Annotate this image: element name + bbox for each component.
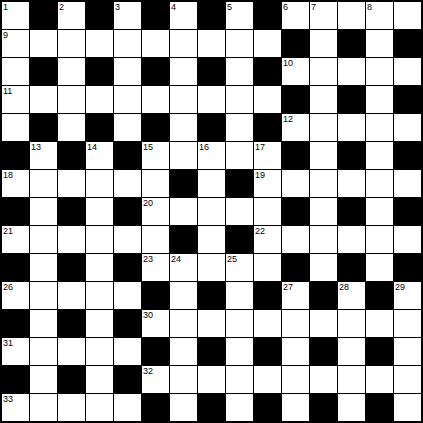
cell-r10c1[interactable]: [30, 282, 57, 309]
block-cell-r10c11: [310, 282, 337, 309]
cell-r12c12[interactable]: [338, 338, 365, 365]
cell-r13c9[interactable]: [254, 366, 281, 393]
cell-r13c13[interactable]: [366, 366, 393, 393]
cell-r2c11[interactable]: [310, 58, 337, 85]
cell-r6c12[interactable]: [338, 170, 365, 197]
cell-r11c6[interactable]: [170, 310, 197, 337]
cell-r5c5[interactable]: 15: [142, 142, 169, 169]
clue-number-8: 8: [367, 2, 372, 13]
clue-number-16: 16: [199, 142, 209, 153]
cell-r12c6[interactable]: [170, 338, 197, 365]
cell-r2c13[interactable]: [366, 58, 393, 85]
block-cell-r4c1: [30, 114, 57, 141]
cell-r6c2[interactable]: [58, 170, 85, 197]
clue-number-19: 19: [255, 170, 265, 181]
cell-r14c0[interactable]: 33: [2, 394, 29, 421]
cell-r12c3[interactable]: [86, 338, 113, 365]
clue-number-27: 27: [283, 282, 293, 293]
block-cell-r14c7: [198, 394, 225, 421]
crossword-board: 1234567891011121314151617181920212223242…: [0, 0, 423, 423]
cell-r14c3[interactable]: [86, 394, 113, 421]
cell-r12c2[interactable]: [58, 338, 85, 365]
cell-r5c9[interactable]: 17: [254, 142, 281, 169]
clue-number-1: 1: [3, 2, 8, 13]
block-cell-r4c3: [86, 114, 113, 141]
cell-r9c8[interactable]: 25: [226, 254, 253, 281]
cell-r11c7[interactable]: [198, 310, 225, 337]
clue-number-29: 29: [395, 282, 405, 293]
clue-number-10: 10: [283, 58, 293, 69]
cell-r6c9[interactable]: 19: [254, 170, 281, 197]
block-cell-r12c13: [366, 338, 393, 365]
clue-number-14: 14: [87, 142, 97, 153]
block-cell-r7c0: [2, 198, 29, 225]
cell-r3c2[interactable]: [58, 86, 85, 113]
cell-r10c8[interactable]: [226, 282, 253, 309]
block-cell-r14c5: [142, 394, 169, 421]
block-cell-r3c10: [282, 86, 309, 113]
cell-r13c7[interactable]: [198, 366, 225, 393]
block-cell-r14c11: [310, 394, 337, 421]
clue-number-20: 20: [143, 198, 153, 209]
cell-r0c14[interactable]: [394, 2, 421, 29]
cell-r8c1[interactable]: [30, 226, 57, 253]
cell-r13c14[interactable]: [394, 366, 421, 393]
block-cell-r10c5: [142, 282, 169, 309]
block-cell-r0c5: [142, 2, 169, 29]
cell-r7c11[interactable]: [310, 198, 337, 225]
cell-r9c13[interactable]: [366, 254, 393, 281]
cell-r9c11[interactable]: [310, 254, 337, 281]
cell-r11c1[interactable]: [30, 310, 57, 337]
block-cell-r5c10: [282, 142, 309, 169]
cell-r5c1[interactable]: 13: [30, 142, 57, 169]
cell-r1c0[interactable]: 9: [2, 30, 29, 57]
block-cell-r5c0: [2, 142, 29, 169]
block-cell-r12c5: [142, 338, 169, 365]
block-cell-r14c9: [254, 394, 281, 421]
block-cell-r7c4: [114, 198, 141, 225]
cell-r14c1[interactable]: [30, 394, 57, 421]
cell-r5c8[interactable]: [226, 142, 253, 169]
block-cell-r7c14: [394, 198, 421, 225]
block-cell-r9c2: [58, 254, 85, 281]
cell-r7c1[interactable]: [30, 198, 57, 225]
cell-r0c2[interactable]: 2: [58, 2, 85, 29]
block-cell-r9c0: [2, 254, 29, 281]
cell-r5c7[interactable]: 16: [198, 142, 225, 169]
cell-r8c12[interactable]: [338, 226, 365, 253]
cell-r11c8[interactable]: [226, 310, 253, 337]
clue-number-31: 31: [3, 338, 13, 349]
cell-r8c13[interactable]: [366, 226, 393, 253]
cell-r0c12[interactable]: [338, 2, 365, 29]
block-cell-r5c14: [394, 142, 421, 169]
cell-r13c1[interactable]: [30, 366, 57, 393]
block-cell-r10c13: [366, 282, 393, 309]
cell-r1c6[interactable]: [170, 30, 197, 57]
cell-r1c4[interactable]: [114, 30, 141, 57]
cell-r11c5[interactable]: 30: [142, 310, 169, 337]
block-cell-r9c12: [338, 254, 365, 281]
cell-r4c4[interactable]: [114, 114, 141, 141]
clue-number-2: 2: [59, 2, 64, 13]
cell-r6c0[interactable]: 18: [2, 170, 29, 197]
cell-r2c6[interactable]: [170, 58, 197, 85]
clue-number-28: 28: [339, 282, 349, 293]
cell-r6c7[interactable]: [198, 170, 225, 197]
cell-r4c13[interactable]: [366, 114, 393, 141]
block-cell-r1c12: [338, 30, 365, 57]
cell-r8c7[interactable]: [198, 226, 225, 253]
clue-number-21: 21: [3, 226, 13, 237]
cell-r9c1[interactable]: [30, 254, 57, 281]
cell-r5c6[interactable]: [170, 142, 197, 169]
cell-r3c8[interactable]: [226, 86, 253, 113]
clue-number-3: 3: [115, 2, 120, 13]
block-cell-r9c14: [394, 254, 421, 281]
cell-r3c11[interactable]: [310, 86, 337, 113]
cell-r4c8[interactable]: [226, 114, 253, 141]
cell-r12c1[interactable]: [30, 338, 57, 365]
cell-r1c8[interactable]: [226, 30, 253, 57]
cell-r4c6[interactable]: [170, 114, 197, 141]
block-cell-r13c0: [2, 366, 29, 393]
clue-number-13: 13: [31, 142, 41, 153]
clue-number-7: 7: [311, 2, 316, 13]
cell-r13c10[interactable]: [282, 366, 309, 393]
cell-r1c11[interactable]: [310, 30, 337, 57]
block-cell-r7c2: [58, 198, 85, 225]
cell-r5c11[interactable]: [310, 142, 337, 169]
cell-r12c0[interactable]: 31: [2, 338, 29, 365]
cell-r0c0[interactable]: 1: [2, 2, 29, 29]
cell-r11c13[interactable]: [366, 310, 393, 337]
block-cell-r12c11: [310, 338, 337, 365]
block-cell-r13c4: [114, 366, 141, 393]
cell-r12c14[interactable]: [394, 338, 421, 365]
cell-r8c0[interactable]: 21: [2, 226, 29, 253]
cell-r7c7[interactable]: [198, 198, 225, 225]
block-cell-r5c2: [58, 142, 85, 169]
cell-r10c6[interactable]: [170, 282, 197, 309]
cell-r3c7[interactable]: [198, 86, 225, 113]
block-cell-r5c4: [114, 142, 141, 169]
clue-number-6: 6: [283, 2, 288, 13]
clue-number-18: 18: [3, 170, 13, 181]
cell-r9c9[interactable]: [254, 254, 281, 281]
cell-r14c2[interactable]: [58, 394, 85, 421]
cell-r6c13[interactable]: [366, 170, 393, 197]
cell-r14c10[interactable]: [282, 394, 309, 421]
cell-r0c11[interactable]: 7: [310, 2, 337, 29]
cell-r1c9[interactable]: [254, 30, 281, 57]
block-cell-r4c5: [142, 114, 169, 141]
clue-number-23: 23: [143, 254, 153, 265]
cell-r3c5[interactable]: [142, 86, 169, 113]
block-cell-r2c3: [86, 58, 113, 85]
cell-r5c3[interactable]: 14: [86, 142, 113, 169]
cell-r2c14[interactable]: [394, 58, 421, 85]
block-cell-r6c6: [170, 170, 197, 197]
block-cell-r12c9: [254, 338, 281, 365]
block-cell-r2c1: [30, 58, 57, 85]
cell-r3c1[interactable]: [30, 86, 57, 113]
clue-number-15: 15: [143, 142, 153, 153]
cell-r1c7[interactable]: [198, 30, 225, 57]
block-cell-r8c8: [226, 226, 253, 253]
cell-r10c14[interactable]: 29: [394, 282, 421, 309]
cell-r13c6[interactable]: [170, 366, 197, 393]
clue-number-9: 9: [3, 30, 8, 41]
cell-r9c5[interactable]: 23: [142, 254, 169, 281]
block-cell-r11c2: [58, 310, 85, 337]
cell-r1c1[interactable]: [30, 30, 57, 57]
cell-r8c4[interactable]: [114, 226, 141, 253]
cell-r0c6[interactable]: 4: [170, 2, 197, 29]
cell-r10c2[interactable]: [58, 282, 85, 309]
cell-r11c3[interactable]: [86, 310, 113, 337]
cell-r6c3[interactable]: [86, 170, 113, 197]
cell-r8c11[interactable]: [310, 226, 337, 253]
clue-number-24: 24: [171, 254, 181, 265]
cell-r13c3[interactable]: [86, 366, 113, 393]
clue-number-32: 32: [143, 366, 153, 377]
block-cell-r0c9: [254, 2, 281, 29]
clue-number-12: 12: [283, 114, 293, 125]
clue-number-33: 33: [3, 394, 13, 405]
cell-r4c14[interactable]: [394, 114, 421, 141]
cell-r7c9[interactable]: [254, 198, 281, 225]
block-cell-r9c10: [282, 254, 309, 281]
clue-number-17: 17: [255, 142, 265, 153]
cell-r7c8[interactable]: [226, 198, 253, 225]
cell-r8c14[interactable]: [394, 226, 421, 253]
cell-r11c9[interactable]: [254, 310, 281, 337]
cell-r12c4[interactable]: [114, 338, 141, 365]
block-cell-r0c1: [30, 2, 57, 29]
cell-r3c3[interactable]: [86, 86, 113, 113]
clue-number-26: 26: [3, 282, 13, 293]
cell-r10c3[interactable]: [86, 282, 113, 309]
cell-r4c0[interactable]: [2, 114, 29, 141]
cell-r7c3[interactable]: [86, 198, 113, 225]
cell-r9c3[interactable]: [86, 254, 113, 281]
cell-r4c12[interactable]: [338, 114, 365, 141]
block-cell-r1c14: [394, 30, 421, 57]
cell-r4c11[interactable]: [310, 114, 337, 141]
cell-r2c10[interactable]: 10: [282, 58, 309, 85]
cell-r11c12[interactable]: [338, 310, 365, 337]
block-cell-r1c10: [282, 30, 309, 57]
cell-r13c5[interactable]: 32: [142, 366, 169, 393]
cell-r9c7[interactable]: [198, 254, 225, 281]
cell-r8c3[interactable]: [86, 226, 113, 253]
cell-r14c4[interactable]: [114, 394, 141, 421]
cell-r14c14[interactable]: [394, 394, 421, 421]
cell-r6c4[interactable]: [114, 170, 141, 197]
cell-r2c2[interactable]: [58, 58, 85, 85]
block-cell-r11c4: [114, 310, 141, 337]
cell-r6c11[interactable]: [310, 170, 337, 197]
cell-r2c8[interactable]: [226, 58, 253, 85]
block-cell-r8c6: [170, 226, 197, 253]
cell-r1c3[interactable]: [86, 30, 113, 57]
cell-r8c5[interactable]: [142, 226, 169, 253]
cell-r10c4[interactable]: [114, 282, 141, 309]
clue-number-22: 22: [255, 226, 265, 237]
block-cell-r7c10: [282, 198, 309, 225]
cell-r3c4[interactable]: [114, 86, 141, 113]
block-cell-r7c12: [338, 198, 365, 225]
block-cell-r9c4: [114, 254, 141, 281]
cell-r13c11[interactable]: [310, 366, 337, 393]
cell-r11c10[interactable]: [282, 310, 309, 337]
cell-r3c6[interactable]: [170, 86, 197, 113]
block-cell-r2c7: [198, 58, 225, 85]
cell-r1c2[interactable]: [58, 30, 85, 57]
block-cell-r4c9: [254, 114, 281, 141]
clue-number-5: 5: [227, 2, 232, 13]
cell-r0c4[interactable]: 3: [114, 2, 141, 29]
cell-r5c13[interactable]: [366, 142, 393, 169]
cell-r8c9[interactable]: 22: [254, 226, 281, 253]
block-cell-r5c12: [338, 142, 365, 169]
cell-r8c10[interactable]: [282, 226, 309, 253]
cell-r8c2[interactable]: [58, 226, 85, 253]
cell-r4c2[interactable]: [58, 114, 85, 141]
cell-r11c14[interactable]: [394, 310, 421, 337]
cell-r13c12[interactable]: [338, 366, 365, 393]
cell-r0c8[interactable]: 5: [226, 2, 253, 29]
cell-r12c10[interactable]: [282, 338, 309, 365]
cell-r14c12[interactable]: [338, 394, 365, 421]
cell-r6c5[interactable]: [142, 170, 169, 197]
cell-r7c13[interactable]: [366, 198, 393, 225]
cell-r4c10[interactable]: 12: [282, 114, 309, 141]
cell-r12c8[interactable]: [226, 338, 253, 365]
cell-r2c0[interactable]: [2, 58, 29, 85]
block-cell-r12c7: [198, 338, 225, 365]
cell-r9c6[interactable]: 24: [170, 254, 197, 281]
clue-number-4: 4: [171, 2, 176, 13]
cell-r3c9[interactable]: [254, 86, 281, 113]
cell-r10c10[interactable]: 27: [282, 282, 309, 309]
block-cell-r6c8: [226, 170, 253, 197]
cell-r2c4[interactable]: [114, 58, 141, 85]
block-cell-r14c13: [366, 394, 393, 421]
clue-number-25: 25: [227, 254, 237, 265]
clue-number-30: 30: [143, 310, 153, 321]
cell-r1c13[interactable]: [366, 30, 393, 57]
block-cell-r0c3: [86, 2, 113, 29]
cell-r7c6[interactable]: [170, 198, 197, 225]
block-cell-r2c9: [254, 58, 281, 85]
cell-r0c10[interactable]: 6: [282, 2, 309, 29]
block-cell-r10c7: [198, 282, 225, 309]
block-cell-r2c5: [142, 58, 169, 85]
cell-r14c6[interactable]: [170, 394, 197, 421]
cell-r3c13[interactable]: [366, 86, 393, 113]
cell-r13c8[interactable]: [226, 366, 253, 393]
cell-r10c0[interactable]: 26: [2, 282, 29, 309]
cell-r14c8[interactable]: [226, 394, 253, 421]
block-cell-r3c12: [338, 86, 365, 113]
cell-r0c13[interactable]: 8: [366, 2, 393, 29]
block-cell-r4c7: [198, 114, 225, 141]
cell-r6c10[interactable]: [282, 170, 309, 197]
cell-r7c5[interactable]: 20: [142, 198, 169, 225]
block-cell-r11c0: [2, 310, 29, 337]
block-cell-r10c9: [254, 282, 281, 309]
block-cell-r0c7: [198, 2, 225, 29]
cell-r6c14[interactable]: [394, 170, 421, 197]
block-cell-r13c2: [58, 366, 85, 393]
cell-r3c0[interactable]: 11: [2, 86, 29, 113]
cell-r2c12[interactable]: [338, 58, 365, 85]
cell-r11c11[interactable]: [310, 310, 337, 337]
cell-r10c12[interactable]: 28: [338, 282, 365, 309]
clue-number-11: 11: [3, 86, 12, 97]
cell-r6c1[interactable]: [30, 170, 57, 197]
cell-r1c5[interactable]: [142, 30, 169, 57]
block-cell-r3c14: [394, 86, 421, 113]
